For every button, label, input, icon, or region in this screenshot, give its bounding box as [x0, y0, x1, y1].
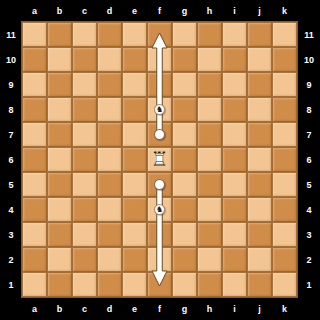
file-label-i: i — [222, 298, 247, 320]
square-j2 — [247, 247, 272, 272]
square-b7 — [47, 122, 72, 147]
square-e6 — [122, 147, 147, 172]
square-g9 — [172, 72, 197, 97]
rank-label-7: 7 — [298, 122, 320, 147]
square-d5 — [97, 172, 122, 197]
square-c6 — [72, 147, 97, 172]
square-a3 — [22, 222, 47, 247]
square-e1 — [122, 272, 147, 297]
square-g6 — [172, 147, 197, 172]
file-label-g: g — [172, 298, 197, 320]
square-k2 — [272, 247, 297, 272]
square-e11 — [122, 22, 147, 47]
square-h11 — [197, 22, 222, 47]
square-e10 — [122, 47, 147, 72]
square-a10 — [22, 47, 47, 72]
square-f9 — [147, 72, 172, 97]
square-i3 — [222, 222, 247, 247]
square-b3 — [47, 222, 72, 247]
rank-label-4: 4 — [0, 197, 22, 222]
square-h1 — [197, 272, 222, 297]
square-f1 — [147, 272, 172, 297]
file-label-d: d — [97, 0, 122, 22]
square-c1 — [72, 272, 97, 297]
rank-label-9: 9 — [0, 72, 22, 97]
square-b9 — [47, 72, 72, 97]
square-g5 — [172, 172, 197, 197]
square-c8 — [72, 97, 97, 122]
rank-label-1: 1 — [298, 272, 320, 297]
square-h10 — [197, 47, 222, 72]
square-h3 — [197, 222, 222, 247]
square-d9 — [97, 72, 122, 97]
rook-outline-glyph: ♖ — [147, 147, 172, 172]
square-i4 — [222, 197, 247, 222]
file-label-b: b — [47, 298, 72, 320]
square-k1 — [272, 272, 297, 297]
square-a1 — [22, 272, 47, 297]
rank-labels-right: 1110987654321 — [298, 22, 320, 297]
square-d4 — [97, 197, 122, 222]
square-b10 — [47, 47, 72, 72]
square-i1 — [222, 272, 247, 297]
square-c10 — [72, 47, 97, 72]
square-b6 — [47, 147, 72, 172]
file-label-b: b — [47, 0, 72, 22]
square-f2 — [147, 247, 172, 272]
square-g7 — [172, 122, 197, 147]
white-rook-piece: ♜♖ — [147, 147, 172, 172]
file-label-a: a — [22, 0, 47, 22]
square-d7 — [97, 122, 122, 147]
square-j5 — [247, 172, 272, 197]
rank-label-9: 9 — [298, 72, 320, 97]
square-e5 — [122, 172, 147, 197]
square-k9 — [272, 72, 297, 97]
square-a8 — [22, 97, 47, 122]
square-h7 — [197, 122, 222, 147]
move-dot-f5 — [154, 179, 165, 190]
square-j3 — [247, 222, 272, 247]
square-i10 — [222, 47, 247, 72]
rank-label-10: 10 — [298, 47, 320, 72]
file-label-i: i — [222, 0, 247, 22]
file-label-d: d — [97, 298, 122, 320]
square-b11 — [47, 22, 72, 47]
square-h9 — [197, 72, 222, 97]
file-label-h: h — [197, 0, 222, 22]
file-label-k: k — [272, 0, 297, 22]
move-dot-f7 — [154, 129, 165, 140]
square-i11 — [222, 22, 247, 47]
mini-knight-icon: ♞ — [156, 206, 163, 214]
file-label-h: h — [197, 298, 222, 320]
square-f3 — [147, 222, 172, 247]
rank-label-1: 1 — [0, 272, 22, 297]
file-label-f: f — [147, 0, 172, 22]
file-label-f: f — [147, 298, 172, 320]
square-c5 — [72, 172, 97, 197]
rank-label-3: 3 — [298, 222, 320, 247]
square-d3 — [97, 222, 122, 247]
square-g10 — [172, 47, 197, 72]
square-j10 — [247, 47, 272, 72]
square-i7 — [222, 122, 247, 147]
square-k7 — [272, 122, 297, 147]
square-k10 — [272, 47, 297, 72]
square-e8 — [122, 97, 147, 122]
square-j7 — [247, 122, 272, 147]
square-d6 — [97, 147, 122, 172]
rank-label-6: 6 — [0, 147, 22, 172]
mini-knight-icon: ♞ — [156, 106, 163, 114]
rank-label-8: 8 — [298, 97, 320, 122]
square-h5 — [197, 172, 222, 197]
file-label-c: c — [72, 0, 97, 22]
square-k3 — [272, 222, 297, 247]
square-j8 — [247, 97, 272, 122]
square-a2 — [22, 247, 47, 272]
square-e2 — [122, 247, 147, 272]
rank-label-5: 5 — [0, 172, 22, 197]
file-labels-bottom: abcdefghijk — [22, 298, 297, 320]
file-label-e: e — [122, 0, 147, 22]
square-j11 — [247, 22, 272, 47]
square-d1 — [97, 272, 122, 297]
square-k6 — [272, 147, 297, 172]
square-g1 — [172, 272, 197, 297]
square-k11 — [272, 22, 297, 47]
square-i8 — [222, 97, 247, 122]
rank-labels-left: 1110987654321 — [0, 22, 22, 297]
rank-label-11: 11 — [0, 22, 22, 47]
square-g11 — [172, 22, 197, 47]
rank-label-2: 2 — [298, 247, 320, 272]
file-label-e: e — [122, 298, 147, 320]
square-e7 — [122, 122, 147, 147]
square-a9 — [22, 72, 47, 97]
rank-label-2: 2 — [0, 247, 22, 272]
square-k4 — [272, 197, 297, 222]
square-g8 — [172, 97, 197, 122]
square-a11 — [22, 22, 47, 47]
square-g3 — [172, 222, 197, 247]
square-b1 — [47, 272, 72, 297]
square-d8 — [97, 97, 122, 122]
square-c11 — [72, 22, 97, 47]
rank-label-8: 8 — [0, 97, 22, 122]
rank-label-6: 6 — [298, 147, 320, 172]
square-e4 — [122, 197, 147, 222]
file-label-a: a — [22, 298, 47, 320]
square-j1 — [247, 272, 272, 297]
square-h6 — [197, 147, 222, 172]
jump-marker-f4: ♞ — [154, 204, 165, 215]
square-i5 — [222, 172, 247, 197]
rank-label-4: 4 — [298, 197, 320, 222]
square-b2 — [47, 247, 72, 272]
square-k5 — [272, 172, 297, 197]
square-j6 — [247, 147, 272, 172]
file-label-g: g — [172, 0, 197, 22]
rank-label-10: 10 — [0, 47, 22, 72]
file-label-j: j — [247, 0, 272, 22]
square-c4 — [72, 197, 97, 222]
square-j4 — [247, 197, 272, 222]
square-d2 — [97, 247, 122, 272]
square-b8 — [47, 97, 72, 122]
square-a5 — [22, 172, 47, 197]
square-c3 — [72, 222, 97, 247]
square-k8 — [272, 97, 297, 122]
square-i6 — [222, 147, 247, 172]
square-a7 — [22, 122, 47, 147]
square-j9 — [247, 72, 272, 97]
square-b4 — [47, 197, 72, 222]
square-e9 — [122, 72, 147, 97]
rank-label-11: 11 — [298, 22, 320, 47]
file-label-k: k — [272, 298, 297, 320]
square-e3 — [122, 222, 147, 247]
square-b5 — [47, 172, 72, 197]
square-f10 — [147, 47, 172, 72]
square-c9 — [72, 72, 97, 97]
square-i9 — [222, 72, 247, 97]
rank-label-5: 5 — [298, 172, 320, 197]
square-h8 — [197, 97, 222, 122]
square-d11 — [97, 22, 122, 47]
square-c7 — [72, 122, 97, 147]
file-labels-top: abcdefghijk — [22, 0, 297, 22]
file-label-j: j — [247, 298, 272, 320]
square-g2 — [172, 247, 197, 272]
square-h2 — [197, 247, 222, 272]
square-a4 — [22, 197, 47, 222]
square-i2 — [222, 247, 247, 272]
rank-label-3: 3 — [0, 222, 22, 247]
square-g4 — [172, 197, 197, 222]
square-a6 — [22, 147, 47, 172]
square-h4 — [197, 197, 222, 222]
square-d10 — [97, 47, 122, 72]
square-c2 — [72, 247, 97, 272]
jump-marker-f8: ♞ — [154, 104, 165, 115]
file-label-c: c — [72, 298, 97, 320]
rank-label-7: 7 — [0, 122, 22, 147]
square-f11 — [147, 22, 172, 47]
